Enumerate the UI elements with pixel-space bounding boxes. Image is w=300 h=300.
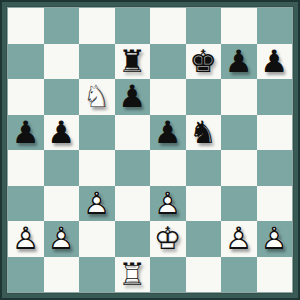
square-a8[interactable] bbox=[8, 8, 44, 44]
square-h2[interactable]: ♟♙ bbox=[257, 221, 293, 257]
square-f4[interactable] bbox=[186, 150, 222, 186]
square-f6[interactable] bbox=[186, 79, 222, 115]
black-knight-glyph: ♞ bbox=[189, 117, 217, 148]
black-pawn-glyph: ♟ bbox=[12, 117, 40, 148]
square-h3[interactable] bbox=[257, 186, 293, 222]
square-d1[interactable]: ♜♖ bbox=[115, 257, 151, 293]
square-b8[interactable] bbox=[44, 8, 80, 44]
square-e2[interactable]: ♚♔ bbox=[150, 221, 186, 257]
white-king-outline: ♔ bbox=[154, 223, 182, 254]
square-c2[interactable] bbox=[79, 221, 115, 257]
square-d7[interactable]: ♜ bbox=[115, 44, 151, 80]
square-d8[interactable] bbox=[115, 8, 151, 44]
square-f1[interactable] bbox=[186, 257, 222, 293]
black-pawn[interactable]: ♟ bbox=[44, 115, 80, 151]
square-g3[interactable] bbox=[221, 186, 257, 222]
white-pawn[interactable]: ♟♙ bbox=[79, 186, 115, 222]
white-pawn-outline: ♙ bbox=[260, 223, 288, 254]
square-c7[interactable] bbox=[79, 44, 115, 80]
square-h1[interactable] bbox=[257, 257, 293, 293]
white-pawn[interactable]: ♟♙ bbox=[150, 186, 186, 222]
square-a1[interactable] bbox=[8, 257, 44, 293]
white-pawn[interactable]: ♟♙ bbox=[257, 221, 293, 257]
black-pawn-glyph: ♟ bbox=[47, 117, 75, 148]
black-pawn-glyph: ♟ bbox=[118, 81, 146, 112]
black-pawn[interactable]: ♟ bbox=[221, 44, 257, 80]
square-e7[interactable] bbox=[150, 44, 186, 80]
square-d6[interactable]: ♟ bbox=[115, 79, 151, 115]
square-c1[interactable] bbox=[79, 257, 115, 293]
black-pawn[interactable]: ♟ bbox=[257, 44, 293, 80]
square-g8[interactable] bbox=[221, 8, 257, 44]
square-h4[interactable] bbox=[257, 150, 293, 186]
square-a5[interactable]: ♟ bbox=[8, 115, 44, 151]
square-f3[interactable] bbox=[186, 186, 222, 222]
board-frame: ♜♚♟♟♞♘♟♟♟♟♞♟♙♟♙♟♙♟♙♚♔♟♙♟♙♜♖ bbox=[0, 0, 300, 300]
square-g2[interactable]: ♟♙ bbox=[221, 221, 257, 257]
black-king-glyph: ♚ bbox=[189, 46, 217, 77]
white-rook[interactable]: ♜♖ bbox=[115, 257, 151, 293]
square-d3[interactable] bbox=[115, 186, 151, 222]
square-b1[interactable] bbox=[44, 257, 80, 293]
square-c4[interactable] bbox=[79, 150, 115, 186]
square-g1[interactable] bbox=[221, 257, 257, 293]
square-h5[interactable] bbox=[257, 115, 293, 151]
square-g5[interactable] bbox=[221, 115, 257, 151]
white-knight-outline: ♘ bbox=[83, 81, 111, 112]
white-rook-outline: ♖ bbox=[118, 259, 146, 290]
square-a4[interactable] bbox=[8, 150, 44, 186]
square-e5[interactable]: ♟ bbox=[150, 115, 186, 151]
black-pawn[interactable]: ♟ bbox=[115, 79, 151, 115]
square-g4[interactable] bbox=[221, 150, 257, 186]
square-f2[interactable] bbox=[186, 221, 222, 257]
white-king[interactable]: ♚♔ bbox=[150, 221, 186, 257]
square-e4[interactable] bbox=[150, 150, 186, 186]
white-knight[interactable]: ♞♘ bbox=[79, 79, 115, 115]
square-b3[interactable] bbox=[44, 186, 80, 222]
black-pawn[interactable]: ♟ bbox=[150, 115, 186, 151]
white-pawn-outline: ♙ bbox=[47, 223, 75, 254]
square-c6[interactable]: ♞♘ bbox=[79, 79, 115, 115]
white-pawn[interactable]: ♟♙ bbox=[44, 221, 80, 257]
square-e6[interactable] bbox=[150, 79, 186, 115]
square-h8[interactable] bbox=[257, 8, 293, 44]
square-d2[interactable] bbox=[115, 221, 151, 257]
square-f7[interactable]: ♚ bbox=[186, 44, 222, 80]
square-d5[interactable] bbox=[115, 115, 151, 151]
black-rook-glyph: ♜ bbox=[118, 46, 146, 77]
square-h6[interactable] bbox=[257, 79, 293, 115]
square-a7[interactable] bbox=[8, 44, 44, 80]
square-c8[interactable] bbox=[79, 8, 115, 44]
square-b4[interactable] bbox=[44, 150, 80, 186]
black-king[interactable]: ♚ bbox=[186, 44, 222, 80]
square-f8[interactable] bbox=[186, 8, 222, 44]
black-pawn-glyph: ♟ bbox=[225, 46, 253, 77]
square-b6[interactable] bbox=[44, 79, 80, 115]
square-d4[interactable] bbox=[115, 150, 151, 186]
square-h7[interactable]: ♟ bbox=[257, 44, 293, 80]
square-c3[interactable]: ♟♙ bbox=[79, 186, 115, 222]
square-e1[interactable] bbox=[150, 257, 186, 293]
white-pawn-outline: ♙ bbox=[83, 188, 111, 219]
square-a3[interactable] bbox=[8, 186, 44, 222]
black-pawn-glyph: ♟ bbox=[260, 46, 288, 77]
white-pawn-outline: ♙ bbox=[225, 223, 253, 254]
square-a6[interactable] bbox=[8, 79, 44, 115]
white-pawn[interactable]: ♟♙ bbox=[221, 221, 257, 257]
black-rook[interactable]: ♜ bbox=[115, 44, 151, 80]
square-b2[interactable]: ♟♙ bbox=[44, 221, 80, 257]
black-pawn[interactable]: ♟ bbox=[8, 115, 44, 151]
square-e8[interactable] bbox=[150, 8, 186, 44]
black-pawn-glyph: ♟ bbox=[154, 117, 182, 148]
square-e3[interactable]: ♟♙ bbox=[150, 186, 186, 222]
square-g7[interactable]: ♟ bbox=[221, 44, 257, 80]
square-b5[interactable]: ♟ bbox=[44, 115, 80, 151]
white-pawn-outline: ♙ bbox=[154, 188, 182, 219]
square-f5[interactable]: ♞ bbox=[186, 115, 222, 151]
chess-board: ♜♚♟♟♞♘♟♟♟♟♞♟♙♟♙♟♙♟♙♚♔♟♙♟♙♜♖ bbox=[8, 8, 292, 292]
square-b7[interactable] bbox=[44, 44, 80, 80]
white-pawn[interactable]: ♟♙ bbox=[8, 221, 44, 257]
square-g6[interactable] bbox=[221, 79, 257, 115]
square-c5[interactable] bbox=[79, 115, 115, 151]
square-a2[interactable]: ♟♙ bbox=[8, 221, 44, 257]
black-knight[interactable]: ♞ bbox=[186, 115, 222, 151]
white-pawn-outline: ♙ bbox=[12, 223, 40, 254]
